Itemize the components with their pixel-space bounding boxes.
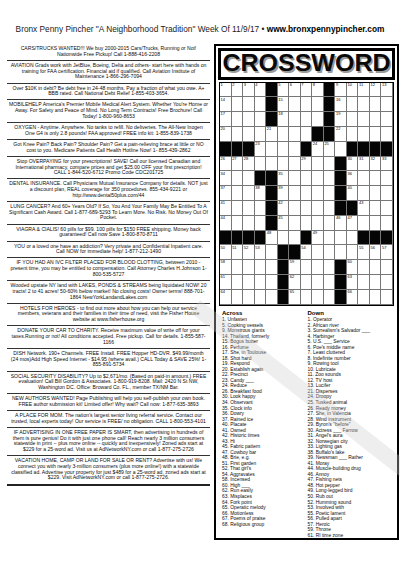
white-cell[interactable]: [312, 171, 324, 186]
cell-number: 3: [244, 83, 246, 87]
white-cell[interactable]: [312, 245, 324, 260]
black-cell: [324, 97, 336, 112]
white-cell[interactable]: [370, 260, 382, 275]
white-cell[interactable]: [289, 157, 301, 172]
white-cell[interactable]: [243, 186, 255, 201]
black-cell: [255, 231, 267, 246]
white-cell[interactable]: [370, 186, 382, 201]
cell-number: 60: [347, 260, 351, 264]
black-cell: [358, 231, 370, 246]
white-cell[interactable]: 65: [289, 290, 301, 305]
black-cell: [278, 275, 290, 290]
white-cell[interactable]: 51: [232, 245, 244, 260]
white-cell[interactable]: 62: [289, 275, 301, 290]
cell-number: 15: [278, 98, 282, 102]
white-cell[interactable]: [324, 231, 336, 246]
cell-number: 59: [290, 260, 294, 264]
black-cell: [266, 112, 278, 127]
classified-ad: VIAGRA & CIALIS! 60 pills for $99. 100 p…: [7, 224, 210, 241]
white-cell[interactable]: [266, 260, 278, 275]
white-cell[interactable]: 64: [220, 290, 232, 305]
cell-number: 37: [221, 186, 225, 190]
cell-number: 63: [347, 275, 351, 279]
white-cell[interactable]: [301, 127, 313, 142]
classified-ad: A PLACE FOR MOM. The nation's largest se…: [7, 410, 210, 427]
white-cell[interactable]: 56: [370, 245, 382, 260]
white-cell[interactable]: [347, 231, 359, 246]
white-cell[interactable]: [255, 260, 267, 275]
white-cell[interactable]: [324, 201, 336, 216]
white-cell[interactable]: [312, 275, 324, 290]
white-cell[interactable]: [301, 275, 313, 290]
white-cell[interactable]: [255, 290, 267, 305]
white-cell[interactable]: 52: [243, 245, 255, 260]
cell-number: 46: [336, 216, 340, 220]
black-cell: [301, 231, 313, 246]
white-cell[interactable]: 33: [381, 157, 393, 172]
white-cell[interactable]: 15: [278, 97, 290, 112]
cell-number: 22: [336, 127, 340, 131]
white-cell[interactable]: [289, 127, 301, 142]
cell-number: 16: [336, 98, 340, 102]
classified-ad: SOCIAL SECURITY DISABILITY? Up to $2,671…: [7, 371, 210, 394]
clue: 61. RI time zone: [308, 533, 394, 539]
white-cell[interactable]: [232, 275, 244, 290]
white-cell[interactable]: [243, 275, 255, 290]
white-cell[interactable]: [232, 171, 244, 186]
cell-number: 7: [301, 83, 303, 87]
white-cell[interactable]: [243, 127, 255, 142]
crossword-grid: 1234567891011121314151617181920212223242…: [219, 82, 394, 306]
classified-ad: VACATION HOME, CAMP OR LAND FOR SALE OR …: [7, 455, 210, 483]
white-cell[interactable]: [381, 112, 393, 127]
white-cell[interactable]: 1: [220, 83, 232, 98]
white-cell[interactable]: [255, 112, 267, 127]
cell-number: 58: [221, 260, 225, 264]
cell-number: 56: [371, 246, 375, 250]
white-cell[interactable]: [381, 127, 393, 142]
white-cell[interactable]: [266, 245, 278, 260]
crossword-clues: Across 1. Unfasten5. Cooking vessels9. M…: [222, 309, 393, 539]
white-cell[interactable]: 35: [278, 171, 290, 186]
white-cell[interactable]: 30: [347, 157, 359, 172]
white-cell[interactable]: [266, 275, 278, 290]
black-cell: [381, 142, 393, 157]
cell-number: 33: [382, 157, 386, 161]
white-cell[interactable]: 31: [358, 157, 370, 172]
white-cell[interactable]: [243, 171, 255, 186]
white-cell[interactable]: [301, 112, 313, 127]
cell-number: 36: [347, 172, 351, 176]
cell-number: 65: [290, 290, 294, 294]
cell-number: 21: [267, 127, 271, 131]
white-cell[interactable]: [324, 216, 336, 231]
white-cell[interactable]: [347, 245, 359, 260]
white-cell[interactable]: [301, 260, 313, 275]
white-cell[interactable]: 26: [220, 157, 232, 172]
white-cell[interactable]: [324, 186, 336, 201]
cell-number: 28: [244, 157, 248, 161]
white-cell[interactable]: 47: [347, 216, 359, 231]
white-cell[interactable]: 60: [347, 260, 359, 275]
white-cell[interactable]: [243, 97, 255, 112]
white-cell[interactable]: [324, 275, 336, 290]
white-cell[interactable]: 54: [301, 245, 313, 260]
black-cell: [278, 290, 290, 305]
black-cell: [370, 231, 382, 246]
white-cell[interactable]: [255, 201, 267, 216]
white-cell[interactable]: 9: [335, 83, 347, 98]
white-cell[interactable]: [266, 290, 278, 305]
cell-number: 32: [371, 157, 375, 161]
white-cell[interactable]: [255, 127, 267, 142]
classified-ad: Stop OVERPAYING for your prescriptions! …: [7, 156, 210, 179]
white-cell[interactable]: [255, 216, 267, 231]
cell-number: 41: [221, 201, 225, 205]
white-cell[interactable]: 13: [381, 83, 393, 98]
cell-number: 38: [255, 186, 259, 190]
white-cell[interactable]: [358, 171, 370, 186]
cell-number: 20: [221, 127, 225, 131]
down-clues-list: 1. Operator2. African river3. Surrealism…: [308, 317, 394, 538]
white-cell[interactable]: [381, 275, 393, 290]
cell-number: 29: [301, 157, 305, 161]
white-cell[interactable]: [347, 127, 359, 142]
cell-number: 27: [232, 157, 236, 161]
cell-number: 42: [278, 201, 282, 205]
black-cell: [335, 201, 347, 216]
white-cell[interactable]: [278, 231, 290, 246]
white-cell[interactable]: 63: [347, 275, 359, 290]
white-cell[interactable]: [232, 112, 244, 127]
white-cell[interactable]: 49: [312, 231, 324, 246]
white-cell[interactable]: 46: [335, 216, 347, 231]
white-cell[interactable]: [312, 112, 324, 127]
white-cell[interactable]: [370, 201, 382, 216]
black-cell: [324, 112, 336, 127]
white-cell[interactable]: [381, 171, 393, 186]
white-cell[interactable]: [312, 201, 324, 216]
newspaper-page: Bronx Penny Pincher "A Neighborhood Trad…: [0, 0, 400, 573]
classified-ad: HOTELS FOR HEROES - to find out more abo…: [7, 303, 210, 326]
classified-ad: Wooded upstate NY land with LAKES, PONDS…: [7, 280, 210, 303]
cell-number: 53: [255, 246, 259, 250]
cell-number: 14: [221, 98, 225, 102]
white-cell[interactable]: 50: [220, 245, 232, 260]
white-cell[interactable]: 3: [243, 83, 255, 98]
black-cell: [243, 231, 255, 246]
white-cell[interactable]: [278, 157, 290, 172]
black-cell: [312, 127, 324, 142]
cell-number: 10: [347, 83, 351, 87]
white-cell[interactable]: 16: [335, 97, 347, 112]
black-cell: [358, 142, 370, 157]
white-cell[interactable]: [381, 97, 393, 112]
white-cell[interactable]: 14: [220, 97, 232, 112]
classified-ad: Over $10K in debt? Be debt free in 24-48…: [7, 83, 210, 100]
white-cell[interactable]: [289, 216, 301, 231]
white-cell[interactable]: 53: [255, 245, 267, 260]
white-cell[interactable]: [301, 201, 313, 216]
black-cell: [266, 186, 278, 201]
white-cell[interactable]: [324, 171, 336, 186]
cell-number: 35: [278, 172, 282, 176]
white-cell[interactable]: [243, 216, 255, 231]
white-cell[interactable]: 28: [243, 157, 255, 172]
white-cell[interactable]: [301, 290, 313, 305]
white-cell[interactable]: 27: [232, 157, 244, 172]
white-cell[interactable]: 42: [278, 201, 290, 216]
cell-number: 23: [255, 142, 259, 146]
white-cell[interactable]: 25: [324, 142, 336, 157]
white-cell[interactable]: [381, 201, 393, 216]
white-cell[interactable]: 6: [289, 83, 301, 98]
cell-number: 5: [278, 83, 280, 87]
white-cell[interactable]: [324, 157, 336, 172]
white-cell[interactable]: 40: [347, 186, 359, 201]
down-clues-column: Down 1. Operator2. African river3. Surre…: [308, 309, 394, 539]
crossword-box: CROSSWORD 123456789101112131415161718192…: [214, 44, 399, 540]
white-cell[interactable]: 38: [255, 186, 267, 201]
white-cell[interactable]: 10: [347, 83, 359, 98]
white-cell[interactable]: 43: [358, 201, 370, 216]
white-cell[interactable]: 57: [381, 245, 393, 260]
white-cell[interactable]: [381, 290, 393, 305]
white-cell[interactable]: [381, 186, 393, 201]
white-cell[interactable]: [335, 231, 347, 246]
white-cell[interactable]: [370, 275, 382, 290]
classified-ad: AVIATION Grads work with JetBlue, Boeing…: [7, 60, 210, 83]
white-cell[interactable]: 32: [370, 157, 382, 172]
white-cell[interactable]: [370, 112, 382, 127]
white-cell[interactable]: [232, 186, 244, 201]
classified-ad: OXYGEN - Anytime. Anywhere. No tanks to …: [7, 122, 210, 139]
white-cell[interactable]: [381, 216, 393, 231]
white-cell[interactable]: 34: [220, 171, 232, 186]
white-cell[interactable]: 66: [347, 290, 359, 305]
white-cell[interactable]: [335, 142, 347, 157]
black-cell: [335, 186, 347, 201]
cell-number: 54: [301, 246, 305, 250]
black-cell: [335, 157, 347, 172]
white-cell[interactable]: 4: [255, 83, 267, 98]
white-cell[interactable]: [289, 201, 301, 216]
white-cell[interactable]: [358, 216, 370, 231]
white-cell[interactable]: 5: [278, 83, 290, 98]
white-cell[interactable]: 19: [335, 112, 347, 127]
black-cell: [278, 260, 290, 275]
white-cell[interactable]: 59: [289, 260, 301, 275]
cell-number: 12: [371, 83, 375, 87]
cell-number: 11: [359, 83, 363, 87]
white-cell[interactable]: [358, 260, 370, 275]
white-cell[interactable]: [370, 97, 382, 112]
black-cell: [335, 171, 347, 186]
white-cell[interactable]: [324, 260, 336, 275]
white-cell[interactable]: 39: [278, 186, 290, 201]
white-cell[interactable]: 11: [358, 83, 370, 98]
cell-number: 13: [382, 83, 386, 87]
white-cell[interactable]: 24: [312, 142, 324, 157]
white-cell[interactable]: [381, 260, 393, 275]
white-cell[interactable]: [301, 97, 313, 112]
classified-ad: MOBILEHELP America's Premier Mobile Medi…: [7, 99, 210, 122]
white-cell[interactable]: [358, 112, 370, 127]
black-cell: [255, 171, 267, 186]
black-cell: [335, 275, 347, 290]
classified-ad: IF YOU HAD AN IVC FILTER PLACED FOR BLOO…: [7, 257, 210, 280]
down-header: Down: [308, 310, 394, 316]
black-cell: [232, 231, 244, 246]
white-cell[interactable]: [324, 245, 336, 260]
white-cell[interactable]: 41: [220, 201, 232, 216]
black-cell: [278, 245, 290, 260]
white-cell[interactable]: [289, 171, 301, 186]
black-cell: [266, 97, 278, 112]
white-cell[interactable]: [232, 216, 244, 231]
crossword-title: CROSSWORD: [222, 52, 390, 75]
white-cell[interactable]: [243, 112, 255, 127]
black-cell: [335, 290, 347, 305]
classified-ad: DISH Network. 190+ Channels. FREE Instal…: [7, 348, 210, 371]
white-cell[interactable]: [289, 112, 301, 127]
clue: 68. Religious group: [222, 522, 308, 528]
white-cell[interactable]: [232, 260, 244, 275]
white-cell[interactable]: 48: [266, 231, 278, 246]
white-cell[interactable]: 45: [278, 216, 290, 231]
white-cell[interactable]: 22: [335, 127, 347, 142]
white-cell[interactable]: [347, 112, 359, 127]
white-cell[interactable]: [278, 142, 290, 157]
white-cell[interactable]: [266, 142, 278, 157]
cell-number: 57: [382, 246, 386, 250]
cell-number: 66: [347, 290, 351, 294]
white-cell[interactable]: [370, 171, 382, 186]
white-cell[interactable]: [243, 260, 255, 275]
white-cell[interactable]: 61: [220, 275, 232, 290]
white-cell[interactable]: 7: [301, 83, 313, 98]
cell-number: 44: [221, 216, 225, 220]
white-cell[interactable]: [358, 97, 370, 112]
white-cell[interactable]: [289, 231, 301, 246]
black-cell: [347, 142, 359, 157]
white-cell[interactable]: [370, 290, 382, 305]
cell-number: 62: [290, 275, 294, 279]
cell-number: 4: [255, 83, 257, 87]
cell-number: 51: [232, 246, 236, 250]
white-cell[interactable]: [312, 260, 324, 275]
white-cell[interactable]: 44: [220, 216, 232, 231]
white-cell[interactable]: 29: [301, 157, 313, 172]
white-cell[interactable]: [289, 142, 301, 157]
white-cell[interactable]: [358, 275, 370, 290]
white-cell[interactable]: [232, 127, 244, 142]
white-cell[interactable]: [255, 157, 267, 172]
white-cell[interactable]: [232, 290, 244, 305]
white-cell[interactable]: [266, 157, 278, 172]
white-cell[interactable]: 23: [255, 142, 267, 157]
cell-number: 48: [267, 231, 271, 235]
cell-number: 6: [290, 83, 292, 87]
black-cell: [370, 142, 382, 157]
black-cell: [381, 231, 393, 246]
white-cell[interactable]: 2: [232, 83, 244, 98]
white-cell[interactable]: [312, 216, 324, 231]
white-cell[interactable]: 18: [278, 112, 290, 127]
white-cell[interactable]: [312, 157, 324, 172]
white-cell[interactable]: [358, 186, 370, 201]
white-cell[interactable]: [301, 216, 313, 231]
black-cell: [324, 127, 336, 142]
white-cell[interactable]: [312, 290, 324, 305]
white-cell[interactable]: 8: [312, 83, 324, 98]
classified-ad: NEW AUTHORS WANTED! Page Publishing will…: [7, 393, 210, 410]
white-cell[interactable]: [243, 201, 255, 216]
classified-ad: Got Knee Pain? Back Pain? Shoulder Pain?…: [7, 139, 210, 156]
masthead: Bronx Penny Pincher "A Neighborhood Trad…: [0, 24, 400, 34]
white-cell[interactable]: [232, 201, 244, 216]
white-cell[interactable]: [370, 127, 382, 142]
white-cell[interactable]: 12: [370, 83, 382, 98]
white-cell[interactable]: [243, 290, 255, 305]
across-clues-column: Across 1. Unfasten5. Cooking vessels9. M…: [222, 309, 308, 539]
cell-number: 24: [313, 142, 317, 146]
white-cell[interactable]: [301, 171, 313, 186]
classified-ad: CARS/TRUCKS WANTED!!! We buy 2000-2015 C…: [7, 44, 210, 60]
black-cell: [335, 260, 347, 275]
masthead-url: www.bronxpennypincher.com: [267, 24, 385, 34]
white-cell[interactable]: 17: [220, 112, 232, 127]
white-cell[interactable]: [278, 127, 290, 142]
white-cell[interactable]: [255, 275, 267, 290]
white-cell[interactable]: [335, 245, 347, 260]
white-cell[interactable]: [358, 290, 370, 305]
white-cell[interactable]: [301, 186, 313, 201]
white-cell[interactable]: [324, 290, 336, 305]
white-cell[interactable]: [289, 186, 301, 201]
masthead-text: Bronx Penny Pincher "A Neighborhood Trad…: [16, 24, 267, 34]
white-cell[interactable]: 58: [220, 260, 232, 275]
cell-number: 47: [347, 216, 351, 220]
white-cell[interactable]: 37: [220, 186, 232, 201]
white-cell[interactable]: [312, 97, 324, 112]
white-cell[interactable]: [289, 97, 301, 112]
cell-number: 18: [278, 112, 282, 116]
white-cell[interactable]: [312, 186, 324, 201]
cell-number: 19: [336, 112, 340, 116]
across-clues-list: 1. Unfasten5. Cooking vessels9. Monstrou…: [222, 317, 308, 527]
white-cell[interactable]: [347, 97, 359, 112]
cell-number: 1: [221, 83, 223, 87]
white-cell[interactable]: 36: [347, 171, 359, 186]
white-cell[interactable]: [232, 97, 244, 112]
cell-number: 31: [359, 157, 363, 161]
white-cell[interactable]: [370, 216, 382, 231]
cell-number: 30: [347, 157, 351, 161]
classified-ad: DENTAL INSURANCE. Call Physicians Mutual…: [7, 178, 210, 201]
white-cell[interactable]: [358, 127, 370, 142]
cell-number: 26: [221, 157, 225, 161]
cell-number: 55: [359, 246, 363, 250]
cell-number: 45: [278, 216, 282, 220]
white-cell[interactable]: 55: [358, 245, 370, 260]
white-cell[interactable]: 21: [266, 127, 278, 142]
black-cell: [220, 231, 232, 246]
white-cell[interactable]: 20: [220, 127, 232, 142]
white-cell[interactable]: [255, 97, 267, 112]
cell-number: 8: [313, 83, 315, 87]
classified-ad: YOU or a loved one have an addiction? Ve…: [7, 241, 210, 258]
